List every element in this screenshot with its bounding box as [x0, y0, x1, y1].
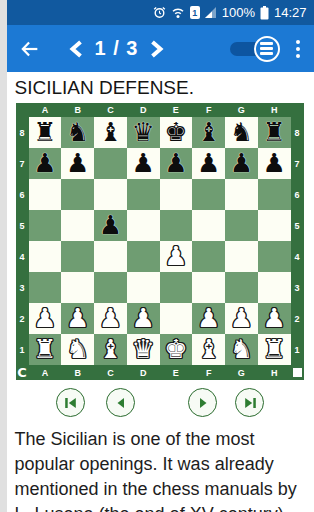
white-bishop: ♝	[197, 334, 220, 365]
side-to-move-cell	[291, 365, 304, 380]
square-c2[interactable]: ♟	[94, 303, 127, 334]
file-label-bottom-a: A	[29, 365, 62, 380]
square-d7[interactable]: ♟	[127, 148, 160, 179]
next-move-icon	[195, 395, 211, 411]
square-h5[interactable]	[258, 210, 291, 241]
square-e5[interactable]	[160, 210, 193, 241]
rank-label-right-6: 6	[291, 179, 304, 210]
white-pawn: ♟	[66, 303, 89, 334]
white-bishop: ♝	[99, 334, 122, 365]
square-h2[interactable]: ♟	[258, 303, 291, 334]
square-d6[interactable]	[127, 179, 160, 210]
square-c5[interactable]: ♟	[94, 210, 127, 241]
description-line: mentioned in the chess manuals by	[15, 477, 306, 502]
rank-label-left-7: 7	[16, 148, 29, 179]
rank-label-right-4: 4	[291, 241, 304, 272]
description-line: The Sicilian is one of the most	[15, 427, 306, 452]
black-bishop: ♝	[99, 117, 122, 148]
overflow-menu-button[interactable]	[294, 36, 302, 62]
black-rook: ♜	[262, 117, 285, 148]
file-label-bottom-f: F	[192, 365, 225, 380]
square-a5[interactable]	[29, 210, 62, 241]
square-d2[interactable]: ♟	[127, 303, 160, 334]
prev-page-button[interactable]	[63, 40, 89, 58]
white-pawn: ♟	[131, 303, 154, 334]
square-d4[interactable]	[127, 241, 160, 272]
square-b5[interactable]	[61, 210, 94, 241]
square-c8[interactable]: ♝	[94, 117, 127, 148]
square-f3[interactable]	[192, 272, 225, 303]
rank-label-left-8: 8	[16, 117, 29, 148]
page-title: SICILIAN DEFENSE.	[7, 72, 314, 103]
white-rook: ♜	[33, 334, 56, 365]
chess-board: ABCDEFGH8♜♞♝♛♚♝♞♜87♟♟♟♟♟♟♟7665♟54♟4332♟♟…	[16, 103, 304, 380]
square-g5[interactable]	[225, 210, 258, 241]
rank-label-right-5: 5	[291, 210, 304, 241]
square-e7[interactable]: ♟	[160, 148, 193, 179]
white-pawn: ♟	[33, 303, 56, 334]
flip-board-button[interactable]: C	[16, 365, 29, 380]
skip-to-end-icon	[242, 395, 258, 411]
rank-label-right-8: 8	[291, 117, 304, 148]
black-rook: ♜	[33, 117, 56, 148]
square-e2[interactable]	[160, 303, 193, 334]
square-b8[interactable]: ♞	[61, 117, 94, 148]
rank-label-right-1: 1	[291, 334, 304, 365]
square-g3[interactable]	[225, 272, 258, 303]
clock-time: 14:27	[274, 5, 307, 20]
white-pawn: ♟	[197, 303, 220, 334]
square-a8[interactable]: ♜	[29, 117, 62, 148]
square-a6[interactable]	[29, 179, 62, 210]
rank-label-left-5: 5	[16, 210, 29, 241]
next-page-button[interactable]	[144, 40, 170, 58]
status-bar: 1 100% 14:27	[7, 0, 314, 25]
lesson-description: The Sicilian is one of the most popular …	[7, 425, 314, 512]
wifi-icon	[171, 6, 185, 19]
side-to-move-indicator	[293, 368, 302, 377]
square-e8[interactable]: ♚	[160, 117, 193, 148]
white-king: ♚	[164, 334, 187, 365]
black-king: ♚	[164, 117, 187, 148]
square-c3[interactable]	[94, 272, 127, 303]
app-screen: 1 100% 14:27 1	[7, 0, 314, 512]
file-label-top-b: B	[61, 103, 94, 117]
signal-icon	[205, 7, 217, 19]
next-move-button[interactable]	[188, 388, 217, 417]
page-indicator: 1 / 3	[89, 37, 145, 60]
square-e1[interactable]: ♚	[160, 334, 193, 365]
square-g1[interactable]: ♞	[225, 334, 258, 365]
battery-percent: 100%	[222, 5, 255, 20]
file-label-bottom-d: D	[127, 365, 160, 380]
white-pawn: ♟	[99, 303, 122, 334]
square-g6[interactable]	[225, 179, 258, 210]
white-knight: ♞	[230, 334, 253, 365]
board-corner	[291, 103, 304, 117]
square-f4[interactable]	[192, 241, 225, 272]
square-h3[interactable]	[258, 272, 291, 303]
file-label-top-f: F	[192, 103, 225, 117]
square-d8[interactable]: ♛	[127, 117, 160, 148]
skip-to-start-button[interactable]	[56, 388, 85, 417]
white-pawn: ♟	[262, 303, 285, 334]
square-e3[interactable]	[160, 272, 193, 303]
rank-label-left-3: 3	[16, 272, 29, 303]
black-pawn: ♟	[33, 148, 56, 179]
rank-label-left-2: 2	[16, 303, 29, 334]
back-button[interactable]	[19, 38, 41, 60]
file-label-top-c: C	[94, 103, 127, 117]
square-h6[interactable]	[258, 179, 291, 210]
back-arrow-icon	[19, 38, 41, 60]
square-f1[interactable]: ♝	[192, 334, 225, 365]
black-pawn: ♟	[66, 148, 89, 179]
rank-label-right-3: 3	[291, 272, 304, 303]
file-label-top-e: E	[160, 103, 193, 117]
square-b4[interactable]	[61, 241, 94, 272]
square-f8[interactable]: ♝	[192, 117, 225, 148]
rank-label-left-6: 6	[16, 179, 29, 210]
square-e4[interactable]: ♟	[160, 241, 193, 272]
file-label-bottom-h: H	[258, 365, 291, 380]
flip-board-icon: C	[17, 365, 27, 380]
white-pawn: ♟	[230, 303, 253, 334]
black-pawn: ♟	[131, 148, 154, 179]
black-knight: ♞	[66, 117, 89, 148]
battery-icon	[260, 6, 269, 20]
rank-label-left-4: 4	[16, 241, 29, 272]
file-label-top-a: A	[29, 103, 62, 117]
file-label-bottom-b: B	[61, 365, 94, 380]
square-f6[interactable]	[192, 179, 225, 210]
square-a4[interactable]	[29, 241, 62, 272]
file-label-top-g: G	[225, 103, 258, 117]
square-g2[interactable]: ♟	[225, 303, 258, 334]
square-f5[interactable]	[192, 210, 225, 241]
sim-icon: 1	[190, 6, 200, 19]
black-bishop: ♝	[197, 117, 220, 148]
alarm-icon	[153, 6, 166, 19]
square-c7[interactable]	[94, 148, 127, 179]
skip-to-start-icon	[63, 395, 79, 411]
previous-move-icon	[113, 395, 129, 411]
square-c1[interactable]: ♝	[94, 334, 127, 365]
skip-to-end-button[interactable]	[235, 388, 264, 417]
prev-chevron-icon	[69, 40, 83, 58]
square-g4[interactable]	[225, 241, 258, 272]
square-h8[interactable]: ♜	[258, 117, 291, 148]
toolbar: 1 / 3	[7, 25, 314, 72]
square-e6[interactable]	[160, 179, 193, 210]
black-pawn: ♟	[230, 148, 253, 179]
description-line: L. Lusena (the end of XV century)	[15, 502, 306, 512]
white-rook: ♜	[262, 334, 285, 365]
black-pawn: ♟	[197, 148, 220, 179]
rank-label-right-2: 2	[291, 303, 304, 334]
file-label-top-d: D	[127, 103, 160, 117]
square-a3[interactable]	[29, 272, 62, 303]
file-label-top-h: H	[258, 103, 291, 117]
black-pawn: ♟	[99, 210, 122, 241]
file-label-bottom-e: E	[160, 365, 193, 380]
black-queen: ♛	[131, 117, 154, 148]
move-nav-row	[7, 380, 314, 425]
square-h4[interactable]	[258, 241, 291, 272]
black-knight: ♞	[230, 117, 253, 148]
square-g7[interactable]: ♟	[225, 148, 258, 179]
square-b6[interactable]	[61, 179, 94, 210]
white-queen: ♛	[131, 334, 154, 365]
square-h7[interactable]: ♟	[258, 148, 291, 179]
square-b3[interactable]	[61, 272, 94, 303]
square-a1[interactable]: ♜	[29, 334, 62, 365]
square-c6[interactable]	[94, 179, 127, 210]
square-b2[interactable]: ♟	[61, 303, 94, 334]
square-d5[interactable]	[127, 210, 160, 241]
rank-label-right-7: 7	[291, 148, 304, 179]
square-b1[interactable]: ♞	[61, 334, 94, 365]
square-b7[interactable]: ♟	[61, 148, 94, 179]
square-f7[interactable]: ♟	[192, 148, 225, 179]
text-mode-toggle[interactable]	[230, 36, 280, 62]
square-f2[interactable]: ♟	[192, 303, 225, 334]
file-label-bottom-g: G	[225, 365, 258, 380]
square-d3[interactable]	[127, 272, 160, 303]
board-corner	[16, 103, 29, 117]
square-c4[interactable]	[94, 241, 127, 272]
previous-move-button[interactable]	[106, 388, 135, 417]
square-d1[interactable]: ♛	[127, 334, 160, 365]
black-pawn: ♟	[164, 148, 187, 179]
square-g8[interactable]: ♞	[225, 117, 258, 148]
square-a7[interactable]: ♟	[29, 148, 62, 179]
list-toggle-icon	[254, 36, 280, 62]
square-a2[interactable]: ♟	[29, 303, 62, 334]
next-chevron-icon	[150, 40, 164, 58]
white-knight: ♞	[66, 334, 89, 365]
rank-label-left-1: 1	[16, 334, 29, 365]
white-pawn: ♟	[164, 241, 187, 272]
file-label-bottom-c: C	[94, 365, 127, 380]
black-pawn: ♟	[262, 148, 285, 179]
description-line: popular openings. It was already	[15, 452, 306, 477]
square-h1[interactable]: ♜	[258, 334, 291, 365]
